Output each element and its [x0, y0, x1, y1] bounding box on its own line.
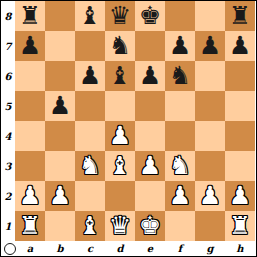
chess-diagram: 87654321 ♜♝♛♚♜♟♞♟♟♟♟♝♟♞♟♟♞♝♟♞♟♟♟♟♟♜♝♛♚♜ …: [0, 0, 257, 257]
file-label-f: f: [165, 241, 195, 256]
file-label-h: h: [225, 241, 255, 256]
rank-label-7: 7: [1, 31, 15, 61]
square-c8[interactable]: ♝: [75, 1, 105, 31]
white-king-e1[interactable]: ♚: [135, 211, 165, 241]
file-label-d: d: [105, 241, 135, 256]
square-d4[interactable]: ♟: [105, 121, 135, 151]
square-a2[interactable]: ♟: [15, 181, 45, 211]
square-g5[interactable]: [195, 91, 225, 121]
rank-label-4: 4: [1, 121, 15, 151]
square-h5[interactable]: [225, 91, 255, 121]
white-pawn-e3[interactable]: ♟: [135, 151, 165, 181]
square-b4[interactable]: [45, 121, 75, 151]
square-d2[interactable]: [105, 181, 135, 211]
square-d7[interactable]: ♞: [105, 31, 135, 61]
white-bishop-d3[interactable]: ♝: [105, 151, 135, 181]
square-b2[interactable]: ♟: [45, 181, 75, 211]
square-h7[interactable]: ♟: [225, 31, 255, 61]
square-a4[interactable]: [15, 121, 45, 151]
rank-label-8: 8: [1, 1, 15, 31]
square-b1[interactable]: [45, 211, 75, 241]
square-d1[interactable]: ♛: [105, 211, 135, 241]
square-h6[interactable]: [225, 61, 255, 91]
square-c6[interactable]: ♟: [75, 61, 105, 91]
white-to-move-indicator: [4, 243, 16, 255]
square-h8[interactable]: ♜: [225, 1, 255, 31]
black-pawn-h7[interactable]: ♟: [225, 31, 255, 61]
file-label-g: g: [195, 241, 225, 256]
file-labels: abcdefgh: [15, 241, 255, 256]
rank-label-6: 6: [1, 61, 15, 91]
square-a5[interactable]: [15, 91, 45, 121]
square-e7[interactable]: [135, 31, 165, 61]
square-d8[interactable]: ♛: [105, 1, 135, 31]
rank-label-3: 3: [1, 151, 15, 181]
black-rook-h8[interactable]: ♜: [225, 1, 255, 31]
square-g7[interactable]: ♟: [195, 31, 225, 61]
square-e6[interactable]: ♟: [135, 61, 165, 91]
rank-labels: 87654321: [1, 1, 15, 241]
square-c4[interactable]: [75, 121, 105, 151]
white-knight-f3[interactable]: ♞: [165, 151, 195, 181]
chess-board: ♜♝♛♚♜♟♞♟♟♟♟♝♟♞♟♟♞♝♟♞♟♟♟♟♟♜♝♛♚♜: [15, 1, 255, 241]
black-bishop-c8[interactable]: ♝: [75, 1, 105, 31]
square-c3[interactable]: ♞: [75, 151, 105, 181]
rank-label-5: 5: [1, 91, 15, 121]
square-e4[interactable]: [135, 121, 165, 151]
square-g6[interactable]: [195, 61, 225, 91]
square-f8[interactable]: [165, 1, 195, 31]
square-f4[interactable]: [165, 121, 195, 151]
square-a3[interactable]: [15, 151, 45, 181]
square-f2[interactable]: ♟: [165, 181, 195, 211]
square-b6[interactable]: [45, 61, 75, 91]
white-pawn-g2[interactable]: ♟: [195, 181, 225, 211]
square-d6[interactable]: ♝: [105, 61, 135, 91]
square-d5[interactable]: [105, 91, 135, 121]
square-c1[interactable]: ♝: [75, 211, 105, 241]
square-g4[interactable]: [195, 121, 225, 151]
square-g2[interactable]: ♟: [195, 181, 225, 211]
white-pawn-d4[interactable]: ♟: [105, 121, 135, 151]
white-pawn-a2[interactable]: ♟: [15, 181, 45, 211]
black-pawn-a7[interactable]: ♟: [15, 31, 45, 61]
file-label-b: b: [45, 241, 75, 256]
file-label-a: a: [15, 241, 45, 256]
square-f7[interactable]: ♟: [165, 31, 195, 61]
white-queen-d1[interactable]: ♛: [105, 211, 135, 241]
black-rook-a8[interactable]: ♜: [15, 1, 45, 31]
square-h3[interactable]: [225, 151, 255, 181]
white-pawn-h2[interactable]: ♟: [225, 181, 255, 211]
square-e8[interactable]: ♚: [135, 1, 165, 31]
square-c7[interactable]: [75, 31, 105, 61]
file-label-e: e: [135, 241, 165, 256]
square-a7[interactable]: ♟: [15, 31, 45, 61]
square-b8[interactable]: [45, 1, 75, 31]
white-bishop-c1[interactable]: ♝: [75, 211, 105, 241]
black-king-e8[interactable]: ♚: [135, 1, 165, 31]
square-f6[interactable]: ♞: [165, 61, 195, 91]
black-pawn-b5[interactable]: ♟: [45, 91, 75, 121]
square-h1[interactable]: ♜: [225, 211, 255, 241]
square-e1[interactable]: ♚: [135, 211, 165, 241]
white-pawn-b2[interactable]: ♟: [45, 181, 75, 211]
square-g1[interactable]: [195, 211, 225, 241]
square-f1[interactable]: [165, 211, 195, 241]
square-b3[interactable]: [45, 151, 75, 181]
square-g3[interactable]: [195, 151, 225, 181]
square-e3[interactable]: ♟: [135, 151, 165, 181]
black-pawn-c6[interactable]: ♟: [75, 61, 105, 91]
black-queen-d8[interactable]: ♛: [105, 1, 135, 31]
black-pawn-e6[interactable]: ♟: [135, 61, 165, 91]
square-g8[interactable]: [195, 1, 225, 31]
black-knight-d7[interactable]: ♞: [105, 31, 135, 61]
black-bishop-d6[interactable]: ♝: [105, 61, 135, 91]
rank-label-2: 2: [1, 181, 15, 211]
white-pawn-f2[interactable]: ♟: [165, 181, 195, 211]
square-b5[interactable]: ♟: [45, 91, 75, 121]
square-e5[interactable]: [135, 91, 165, 121]
white-rook-h1[interactable]: ♜: [225, 211, 255, 241]
square-f3[interactable]: ♞: [165, 151, 195, 181]
square-c2[interactable]: [75, 181, 105, 211]
square-h4[interactable]: [225, 121, 255, 151]
white-rook-a1[interactable]: ♜: [15, 211, 45, 241]
square-c5[interactable]: [75, 91, 105, 121]
file-label-c: c: [75, 241, 105, 256]
square-d3[interactable]: ♝: [105, 151, 135, 181]
black-pawn-g7[interactable]: ♟: [195, 31, 225, 61]
black-knight-f6[interactable]: ♞: [165, 61, 195, 91]
square-b7[interactable]: [45, 31, 75, 61]
rank-label-1: 1: [1, 211, 15, 241]
square-f5[interactable]: [165, 91, 195, 121]
square-h2[interactable]: ♟: [225, 181, 255, 211]
square-e2[interactable]: [135, 181, 165, 211]
square-a1[interactable]: ♜: [15, 211, 45, 241]
square-a6[interactable]: [15, 61, 45, 91]
white-knight-c3[interactable]: ♞: [75, 151, 105, 181]
square-a8[interactable]: ♜: [15, 1, 45, 31]
black-pawn-f7[interactable]: ♟: [165, 31, 195, 61]
